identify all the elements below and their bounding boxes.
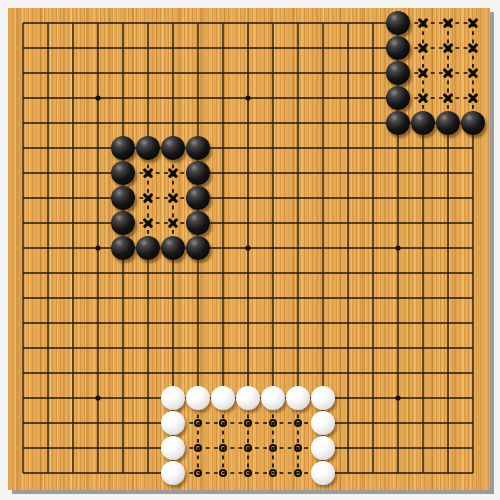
intersection-R16[interactable] [411, 86, 436, 111]
intersection-F5[interactable] [136, 361, 161, 386]
intersection-E2[interactable] [111, 436, 136, 461]
intersection-K9[interactable] [236, 261, 261, 286]
intersection-H17[interactable] [186, 61, 211, 86]
intersection-T17[interactable] [461, 61, 486, 86]
intersection-B13[interactable] [36, 161, 61, 186]
black-stone[interactable] [186, 186, 211, 211]
intersection-M8[interactable] [286, 286, 311, 311]
intersection-T4[interactable] [461, 386, 486, 411]
intersection-N10[interactable] [311, 236, 336, 261]
intersection-F16[interactable] [136, 86, 161, 111]
intersection-A6[interactable] [11, 336, 36, 361]
intersection-H12[interactable] [186, 186, 211, 211]
intersection-M4[interactable] [286, 386, 311, 411]
intersection-P1[interactable] [361, 461, 386, 486]
intersection-F9[interactable] [136, 261, 161, 286]
intersection-Q10[interactable] [386, 236, 411, 261]
intersection-Q2[interactable] [386, 436, 411, 461]
intersection-L11[interactable] [261, 211, 286, 236]
intersection-K2[interactable] [236, 436, 261, 461]
intersection-M6[interactable] [286, 336, 311, 361]
intersection-O18[interactable] [336, 36, 361, 61]
intersection-E8[interactable] [111, 286, 136, 311]
intersection-T15[interactable] [461, 111, 486, 136]
intersection-E15[interactable] [111, 111, 136, 136]
intersection-Q14[interactable] [386, 136, 411, 161]
intersection-Q1[interactable] [386, 461, 411, 486]
intersection-S10[interactable] [436, 236, 461, 261]
intersection-G6[interactable] [161, 336, 186, 361]
white-stone[interactable] [311, 461, 336, 486]
intersection-E4[interactable] [111, 386, 136, 411]
intersection-J16[interactable] [211, 86, 236, 111]
intersection-H3[interactable] [186, 411, 211, 436]
intersection-Q11[interactable] [386, 211, 411, 236]
intersection-D1[interactable] [86, 461, 111, 486]
intersection-T7[interactable] [461, 311, 486, 336]
intersection-M18[interactable] [286, 36, 311, 61]
intersection-S1[interactable] [436, 461, 461, 486]
black-stone[interactable] [186, 136, 211, 161]
intersection-P2[interactable] [361, 436, 386, 461]
intersection-B14[interactable] [36, 136, 61, 161]
intersection-S16[interactable] [436, 86, 461, 111]
intersection-A16[interactable] [11, 86, 36, 111]
intersection-S6[interactable] [436, 336, 461, 361]
intersection-K11[interactable] [236, 211, 261, 236]
intersection-O19[interactable] [336, 11, 361, 36]
intersection-C12[interactable] [61, 186, 86, 211]
intersection-P16[interactable] [361, 86, 386, 111]
intersection-K7[interactable] [236, 311, 261, 336]
intersection-J8[interactable] [211, 286, 236, 311]
black-stone[interactable] [136, 136, 161, 161]
intersection-B4[interactable] [36, 386, 61, 411]
intersection-O15[interactable] [336, 111, 361, 136]
intersection-R19[interactable] [411, 11, 436, 36]
intersection-A5[interactable] [11, 361, 36, 386]
intersection-R15[interactable] [411, 111, 436, 136]
intersection-K5[interactable] [236, 361, 261, 386]
intersection-S2[interactable] [436, 436, 461, 461]
intersection-E1[interactable] [111, 461, 136, 486]
intersection-T16[interactable] [461, 86, 486, 111]
intersection-R2[interactable] [411, 436, 436, 461]
black-stone[interactable] [111, 236, 136, 261]
intersection-N2[interactable] [311, 436, 336, 461]
intersection-K1[interactable] [236, 461, 261, 486]
intersection-S15[interactable] [436, 111, 461, 136]
intersection-B3[interactable] [36, 411, 61, 436]
intersection-H16[interactable] [186, 86, 211, 111]
intersection-N8[interactable] [311, 286, 336, 311]
black-stone[interactable] [111, 161, 136, 186]
intersection-P13[interactable] [361, 161, 386, 186]
intersection-D9[interactable] [86, 261, 111, 286]
intersection-M14[interactable] [286, 136, 311, 161]
intersection-B6[interactable] [36, 336, 61, 361]
intersection-T18[interactable] [461, 36, 486, 61]
intersection-K12[interactable] [236, 186, 261, 211]
intersection-P7[interactable] [361, 311, 386, 336]
intersection-E5[interactable] [111, 361, 136, 386]
intersection-T1[interactable] [461, 461, 486, 486]
intersection-J10[interactable] [211, 236, 236, 261]
intersection-J9[interactable] [211, 261, 236, 286]
intersection-L8[interactable] [261, 286, 286, 311]
black-stone[interactable] [136, 236, 161, 261]
intersection-B2[interactable] [36, 436, 61, 461]
intersection-T8[interactable] [461, 286, 486, 311]
intersection-C7[interactable] [61, 311, 86, 336]
intersection-O3[interactable] [336, 411, 361, 436]
intersection-S11[interactable] [436, 211, 461, 236]
intersection-G11[interactable] [161, 211, 186, 236]
intersection-Q7[interactable] [386, 311, 411, 336]
intersection-T14[interactable] [461, 136, 486, 161]
intersection-F10[interactable] [136, 236, 161, 261]
intersection-Q5[interactable] [386, 361, 411, 386]
intersection-L9[interactable] [261, 261, 286, 286]
intersection-G7[interactable] [161, 311, 186, 336]
intersection-E10[interactable] [111, 236, 136, 261]
intersection-O1[interactable] [336, 461, 361, 486]
intersection-P18[interactable] [361, 36, 386, 61]
intersection-Q9[interactable] [386, 261, 411, 286]
intersection-A9[interactable] [11, 261, 36, 286]
intersection-O7[interactable] [336, 311, 361, 336]
intersection-A10[interactable] [11, 236, 36, 261]
intersection-E11[interactable] [111, 211, 136, 236]
intersection-R9[interactable] [411, 261, 436, 286]
intersection-G8[interactable] [161, 286, 186, 311]
intersection-J5[interactable] [211, 361, 236, 386]
intersection-P3[interactable] [361, 411, 386, 436]
intersection-F14[interactable] [136, 136, 161, 161]
intersection-L12[interactable] [261, 186, 286, 211]
intersection-E19[interactable] [111, 11, 136, 36]
intersection-N12[interactable] [311, 186, 336, 211]
intersection-D8[interactable] [86, 286, 111, 311]
black-stone[interactable] [461, 111, 486, 136]
black-stone[interactable] [161, 236, 186, 261]
intersection-P5[interactable] [361, 361, 386, 386]
intersection-E3[interactable] [111, 411, 136, 436]
intersection-R7[interactable] [411, 311, 436, 336]
intersection-F11[interactable] [136, 211, 161, 236]
intersection-J14[interactable] [211, 136, 236, 161]
intersection-S12[interactable] [436, 186, 461, 211]
intersection-M19[interactable] [286, 11, 311, 36]
intersection-A15[interactable] [11, 111, 36, 136]
intersection-G4[interactable] [161, 386, 186, 411]
intersection-E9[interactable] [111, 261, 136, 286]
intersection-M7[interactable] [286, 311, 311, 336]
intersection-J13[interactable] [211, 161, 236, 186]
intersection-H5[interactable] [186, 361, 211, 386]
intersection-F18[interactable] [136, 36, 161, 61]
intersection-G18[interactable] [161, 36, 186, 61]
black-stone[interactable] [436, 111, 461, 136]
intersection-C5[interactable] [61, 361, 86, 386]
intersection-A17[interactable] [11, 61, 36, 86]
intersection-N18[interactable] [311, 36, 336, 61]
intersection-O11[interactable] [336, 211, 361, 236]
intersection-T6[interactable] [461, 336, 486, 361]
intersection-F6[interactable] [136, 336, 161, 361]
intersection-Q12[interactable] [386, 186, 411, 211]
intersection-T19[interactable] [461, 11, 486, 36]
intersection-D10[interactable] [86, 236, 111, 261]
intersection-T11[interactable] [461, 211, 486, 236]
intersection-L1[interactable] [261, 461, 286, 486]
intersection-B15[interactable] [36, 111, 61, 136]
intersection-T5[interactable] [461, 361, 486, 386]
black-stone[interactable] [111, 211, 136, 236]
intersection-R11[interactable] [411, 211, 436, 236]
intersection-E16[interactable] [111, 86, 136, 111]
intersection-N5[interactable] [311, 361, 336, 386]
intersection-N4[interactable] [311, 386, 336, 411]
intersection-R3[interactable] [411, 411, 436, 436]
intersection-F17[interactable] [136, 61, 161, 86]
intersection-D14[interactable] [86, 136, 111, 161]
intersection-A3[interactable] [11, 411, 36, 436]
black-stone[interactable] [411, 111, 436, 136]
intersection-L14[interactable] [261, 136, 286, 161]
intersection-M16[interactable] [286, 86, 311, 111]
intersection-E17[interactable] [111, 61, 136, 86]
intersection-G19[interactable] [161, 11, 186, 36]
intersection-H13[interactable] [186, 161, 211, 186]
intersection-R8[interactable] [411, 286, 436, 311]
intersection-P15[interactable] [361, 111, 386, 136]
intersection-E14[interactable] [111, 136, 136, 161]
white-stone[interactable] [186, 386, 211, 411]
intersection-F4[interactable] [136, 386, 161, 411]
intersection-G12[interactable] [161, 186, 186, 211]
intersection-G9[interactable] [161, 261, 186, 286]
intersection-E6[interactable] [111, 336, 136, 361]
intersection-J2[interactable] [211, 436, 236, 461]
intersection-T12[interactable] [461, 186, 486, 211]
intersection-H9[interactable] [186, 261, 211, 286]
intersection-D4[interactable] [86, 386, 111, 411]
intersection-B19[interactable] [36, 11, 61, 36]
intersection-J12[interactable] [211, 186, 236, 211]
intersection-S9[interactable] [436, 261, 461, 286]
intersection-D18[interactable] [86, 36, 111, 61]
black-stone[interactable] [186, 161, 211, 186]
white-stone[interactable] [161, 411, 186, 436]
intersection-L2[interactable] [261, 436, 286, 461]
white-stone[interactable] [311, 386, 336, 411]
intersection-Q16[interactable] [386, 86, 411, 111]
intersection-S13[interactable] [436, 161, 461, 186]
intersection-S8[interactable] [436, 286, 461, 311]
intersection-L15[interactable] [261, 111, 286, 136]
intersection-G3[interactable] [161, 411, 186, 436]
intersection-O4[interactable] [336, 386, 361, 411]
intersection-K17[interactable] [236, 61, 261, 86]
intersection-N15[interactable] [311, 111, 336, 136]
intersection-Q3[interactable] [386, 411, 411, 436]
intersection-L6[interactable] [261, 336, 286, 361]
black-stone[interactable] [161, 136, 186, 161]
intersection-N16[interactable] [311, 86, 336, 111]
intersection-P10[interactable] [361, 236, 386, 261]
intersection-E7[interactable] [111, 311, 136, 336]
intersection-R10[interactable] [411, 236, 436, 261]
intersection-M15[interactable] [286, 111, 311, 136]
intersection-F7[interactable] [136, 311, 161, 336]
intersection-C16[interactable] [61, 86, 86, 111]
intersection-O17[interactable] [336, 61, 361, 86]
intersection-H2[interactable] [186, 436, 211, 461]
white-stone[interactable] [236, 386, 261, 411]
intersection-D5[interactable] [86, 361, 111, 386]
intersection-A11[interactable] [11, 211, 36, 236]
intersection-L10[interactable] [261, 236, 286, 261]
intersection-R4[interactable] [411, 386, 436, 411]
intersection-B18[interactable] [36, 36, 61, 61]
intersection-C15[interactable] [61, 111, 86, 136]
intersection-R17[interactable] [411, 61, 436, 86]
intersection-D17[interactable] [86, 61, 111, 86]
intersection-O16[interactable] [336, 86, 361, 111]
intersection-B1[interactable] [36, 461, 61, 486]
intersection-K6[interactable] [236, 336, 261, 361]
intersection-F12[interactable] [136, 186, 161, 211]
intersection-G1[interactable] [161, 461, 186, 486]
intersection-T10[interactable] [461, 236, 486, 261]
intersection-K3[interactable] [236, 411, 261, 436]
intersection-P4[interactable] [361, 386, 386, 411]
intersection-S14[interactable] [436, 136, 461, 161]
intersection-C9[interactable] [61, 261, 86, 286]
intersection-F19[interactable] [136, 11, 161, 36]
white-stone[interactable] [161, 386, 186, 411]
intersection-H15[interactable] [186, 111, 211, 136]
black-stone[interactable] [111, 186, 136, 211]
intersection-H10[interactable] [186, 236, 211, 261]
intersection-M3[interactable] [286, 411, 311, 436]
intersection-L4[interactable] [261, 386, 286, 411]
intersection-A4[interactable] [11, 386, 36, 411]
intersection-C18[interactable] [61, 36, 86, 61]
black-stone[interactable] [111, 136, 136, 161]
intersection-Q19[interactable] [386, 11, 411, 36]
intersection-H4[interactable] [186, 386, 211, 411]
intersection-C2[interactable] [61, 436, 86, 461]
intersection-C14[interactable] [61, 136, 86, 161]
intersection-S18[interactable] [436, 36, 461, 61]
intersection-L13[interactable] [261, 161, 286, 186]
black-stone[interactable] [386, 86, 411, 111]
intersection-T13[interactable] [461, 161, 486, 186]
intersection-O9[interactable] [336, 261, 361, 286]
intersection-O12[interactable] [336, 186, 361, 211]
intersection-J6[interactable] [211, 336, 236, 361]
intersection-C10[interactable] [61, 236, 86, 261]
black-stone[interactable] [386, 36, 411, 61]
intersection-K15[interactable] [236, 111, 261, 136]
intersection-N19[interactable] [311, 11, 336, 36]
intersection-N17[interactable] [311, 61, 336, 86]
intersection-H11[interactable] [186, 211, 211, 236]
intersection-M11[interactable] [286, 211, 311, 236]
intersection-J1[interactable] [211, 461, 236, 486]
intersection-H7[interactable] [186, 311, 211, 336]
intersection-S17[interactable] [436, 61, 461, 86]
intersection-D12[interactable] [86, 186, 111, 211]
intersection-Q6[interactable] [386, 336, 411, 361]
intersection-F3[interactable] [136, 411, 161, 436]
intersection-Q4[interactable] [386, 386, 411, 411]
intersection-L16[interactable] [261, 86, 286, 111]
intersection-K14[interactable] [236, 136, 261, 161]
intersection-J15[interactable] [211, 111, 236, 136]
intersection-K10[interactable] [236, 236, 261, 261]
intersection-K13[interactable] [236, 161, 261, 186]
intersection-K4[interactable] [236, 386, 261, 411]
black-stone[interactable] [386, 111, 411, 136]
intersection-F15[interactable] [136, 111, 161, 136]
intersection-E13[interactable] [111, 161, 136, 186]
intersection-J17[interactable] [211, 61, 236, 86]
white-stone[interactable] [161, 436, 186, 461]
intersection-N9[interactable] [311, 261, 336, 286]
intersection-S19[interactable] [436, 11, 461, 36]
white-stone[interactable] [311, 436, 336, 461]
white-stone[interactable] [211, 386, 236, 411]
intersection-P19[interactable] [361, 11, 386, 36]
intersection-J11[interactable] [211, 211, 236, 236]
intersection-F1[interactable] [136, 461, 161, 486]
intersection-H19[interactable] [186, 11, 211, 36]
black-stone[interactable] [186, 236, 211, 261]
intersection-M5[interactable] [286, 361, 311, 386]
intersection-D16[interactable] [86, 86, 111, 111]
intersection-B12[interactable] [36, 186, 61, 211]
intersection-H8[interactable] [186, 286, 211, 311]
intersection-D15[interactable] [86, 111, 111, 136]
intersection-B17[interactable] [36, 61, 61, 86]
intersection-A7[interactable] [11, 311, 36, 336]
intersection-C3[interactable] [61, 411, 86, 436]
intersection-J19[interactable] [211, 11, 236, 36]
intersection-A8[interactable] [11, 286, 36, 311]
intersection-G13[interactable] [161, 161, 186, 186]
intersection-L17[interactable] [261, 61, 286, 86]
intersection-L19[interactable] [261, 11, 286, 36]
intersection-K19[interactable] [236, 11, 261, 36]
intersection-O6[interactable] [336, 336, 361, 361]
intersection-E12[interactable] [111, 186, 136, 211]
intersection-P8[interactable] [361, 286, 386, 311]
intersection-O8[interactable] [336, 286, 361, 311]
intersection-B7[interactable] [36, 311, 61, 336]
intersection-L7[interactable] [261, 311, 286, 336]
intersection-M12[interactable] [286, 186, 311, 211]
intersection-R1[interactable] [411, 461, 436, 486]
white-stone[interactable] [286, 386, 311, 411]
intersection-T3[interactable] [461, 411, 486, 436]
intersection-J3[interactable] [211, 411, 236, 436]
intersection-M1[interactable] [286, 461, 311, 486]
intersection-P6[interactable] [361, 336, 386, 361]
intersection-M13[interactable] [286, 161, 311, 186]
